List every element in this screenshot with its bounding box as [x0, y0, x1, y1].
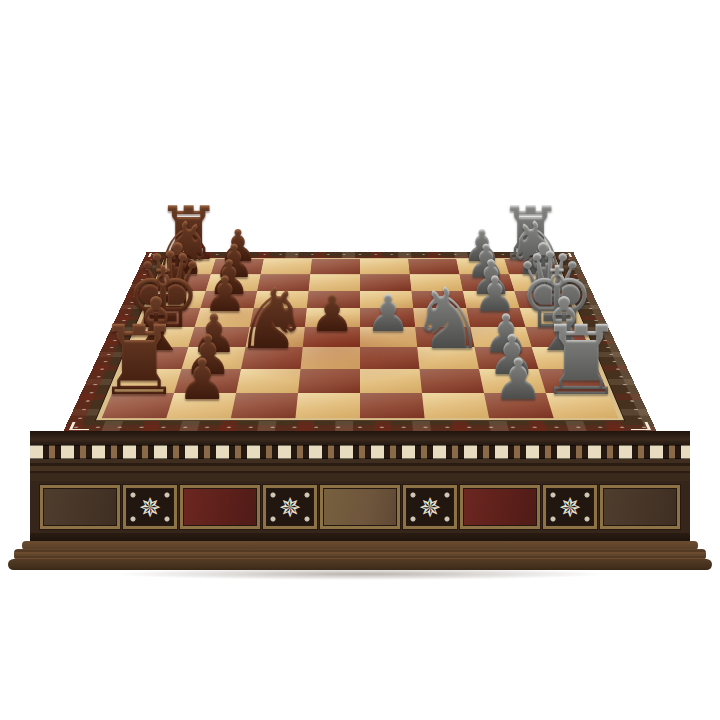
- mosaic-star-panel: ✵: [543, 485, 597, 529]
- corner-l-mark: [628, 422, 651, 430]
- mosaic-star-panel: ✵: [123, 485, 177, 529]
- mosaic-star-panel: ✵: [403, 485, 457, 529]
- copper-knight[interactable]: ♞: [234, 276, 310, 361]
- eight-point-star-icon: ✵: [279, 492, 302, 523]
- eight-point-star-icon: ✵: [559, 492, 582, 523]
- wood-inlay-panel: [180, 485, 260, 529]
- marquetry-inlay-band: [30, 445, 690, 459]
- board-square[interactable]: [420, 369, 484, 393]
- board-square[interactable]: [310, 259, 360, 274]
- board-square[interactable]: [295, 393, 360, 419]
- storage-box-base: ✵✵✵✵: [30, 431, 690, 541]
- silver-knight[interactable]: ♞: [410, 276, 486, 361]
- board-square[interactable]: [360, 369, 422, 393]
- chess-set-product-photo: ♜♟♟♝♟♞♚♟♛♟♝♟♞♟♜♟♜♟♟♝♟♞♚♟♛♟♝♟♞♟♜♟ ✵✵✵✵: [0, 0, 720, 720]
- copper-pawn[interactable]: ♟: [309, 288, 355, 339]
- board-square[interactable]: [360, 393, 425, 419]
- silver-pawn[interactable]: ♟: [492, 351, 543, 408]
- wood-inlay-panel: [40, 485, 120, 529]
- board-square[interactable]: [360, 259, 410, 274]
- eight-point-star-icon: ✵: [139, 492, 162, 523]
- silver-pawn[interactable]: ♟: [365, 288, 411, 339]
- board-square[interactable]: [298, 369, 360, 393]
- inlay-panels-row: ✵✵✵✵: [30, 481, 690, 533]
- wood-inlay-panel: [320, 485, 400, 529]
- copper-rook[interactable]: ♜: [96, 313, 182, 409]
- eight-point-star-icon: ✵: [419, 492, 442, 523]
- ground-shadow: [30, 566, 690, 582]
- box-bottom-strip: [30, 533, 690, 541]
- board-square[interactable]: [231, 393, 298, 419]
- wood-inlay-panel: [460, 485, 540, 529]
- corner-l-mark: [69, 422, 92, 430]
- wood-inlay-panel: [600, 485, 680, 529]
- board-square[interactable]: [422, 393, 489, 419]
- box-moulding-strip: [30, 459, 690, 481]
- board-edge-lip: [30, 431, 690, 445]
- copper-pawn[interactable]: ♟: [176, 351, 227, 408]
- silver-rook[interactable]: ♜: [538, 313, 624, 409]
- board-square[interactable]: [236, 369, 300, 393]
- mosaic-star-panel: ✵: [263, 485, 317, 529]
